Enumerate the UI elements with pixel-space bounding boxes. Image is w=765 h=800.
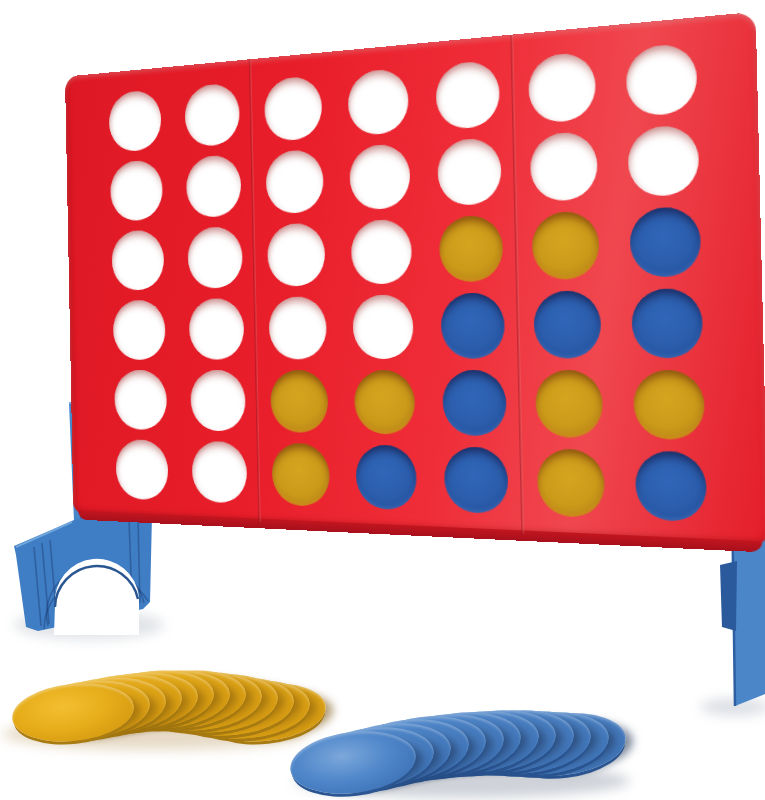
cell-r2c4[interactable]	[335, 136, 424, 216]
cell-r1c4[interactable]	[334, 60, 423, 142]
cell-r1c1[interactable]	[97, 83, 174, 158]
cell-r3c7[interactable]	[613, 199, 717, 284]
yellow-disc	[534, 369, 602, 437]
cell-r2c3[interactable]	[252, 142, 337, 220]
cell-r4c7[interactable]	[615, 281, 719, 364]
yellow-disc	[531, 210, 599, 280]
yellow-disc	[438, 214, 503, 282]
blue-disc	[634, 450, 706, 522]
yellow-disc	[271, 442, 330, 506]
cell-r6c2[interactable]	[179, 435, 260, 509]
cell-r5c1[interactable]	[102, 364, 179, 435]
cell-r4c4[interactable]	[338, 288, 427, 364]
cell-r3c3[interactable]	[254, 216, 339, 292]
cell-r2c1[interactable]	[98, 153, 175, 227]
cell-r5c6[interactable]	[520, 364, 619, 444]
blue-disc	[443, 446, 508, 514]
blue-disc	[533, 290, 601, 358]
empty-hole	[108, 89, 161, 152]
empty-hole	[114, 370, 167, 430]
empty-hole	[191, 440, 247, 503]
board-grid	[97, 34, 723, 528]
cell-r5c4[interactable]	[340, 364, 429, 440]
cell-r1c6[interactable]	[513, 44, 612, 130]
empty-hole	[112, 299, 165, 359]
cell-r6c3[interactable]	[258, 437, 343, 513]
empty-hole	[437, 137, 502, 206]
cell-r3c6[interactable]	[516, 203, 615, 285]
right-leg-clamp	[720, 561, 737, 631]
cell-r1c3[interactable]	[251, 68, 335, 147]
empty-hole	[625, 42, 697, 117]
cell-r3c1[interactable]	[99, 223, 176, 295]
cell-r5c7[interactable]	[617, 363, 721, 445]
yellow-disc	[536, 448, 604, 518]
empty-hole	[265, 148, 323, 214]
blue-disc	[355, 444, 417, 510]
empty-hole	[110, 159, 163, 221]
game-board	[65, 12, 765, 545]
empty-hole	[111, 229, 164, 290]
empty-hole	[627, 124, 699, 197]
cell-r2c6[interactable]	[514, 123, 613, 207]
blue-disc	[629, 206, 701, 278]
blue-stack-shadow	[295, 764, 630, 798]
empty-hole	[267, 222, 325, 286]
cell-r5c3[interactable]	[257, 364, 342, 438]
cell-r6c1[interactable]	[103, 433, 180, 505]
empty-hole	[187, 226, 243, 289]
cell-r6c4[interactable]	[341, 438, 430, 516]
cell-r1c7[interactable]	[609, 34, 713, 123]
cell-r3c2[interactable]	[175, 220, 256, 294]
yellow-disc	[270, 370, 329, 433]
cell-r6c7[interactable]	[618, 444, 723, 529]
cell-r2c7[interactable]	[611, 117, 715, 204]
cell-r4c1[interactable]	[101, 294, 178, 365]
empty-hole	[352, 294, 414, 359]
empty-hole	[184, 82, 240, 147]
yellow-disc	[632, 369, 704, 439]
cell-r3c5[interactable]	[424, 208, 518, 288]
empty-hole	[115, 439, 168, 500]
cell-r6c5[interactable]	[429, 440, 523, 520]
cell-r3c4[interactable]	[337, 212, 426, 290]
cell-r2c5[interactable]	[422, 130, 516, 212]
empty-hole	[190, 370, 246, 431]
empty-hole	[435, 59, 500, 129]
empty-hole	[349, 143, 410, 210]
cell-r1c2[interactable]	[172, 76, 252, 153]
empty-hole	[268, 296, 327, 359]
yellow-stack-shadow	[2, 718, 307, 750]
cell-r4c3[interactable]	[255, 290, 340, 364]
empty-hole	[185, 154, 241, 218]
scene	[0, 0, 765, 800]
empty-hole	[188, 298, 244, 360]
cell-r6c6[interactable]	[521, 442, 620, 524]
cell-r1c5[interactable]	[421, 52, 514, 136]
empty-hole	[350, 218, 411, 284]
cell-r5c2[interactable]	[178, 364, 259, 436]
cell-r4c5[interactable]	[426, 286, 520, 364]
blue-disc	[631, 287, 703, 357]
cell-r5c5[interactable]	[427, 364, 521, 442]
cell-r2c2[interactable]	[173, 148, 253, 224]
cell-r4c2[interactable]	[176, 292, 257, 364]
empty-hole	[529, 130, 597, 201]
yellow-disc	[353, 370, 415, 435]
empty-hole	[347, 67, 408, 136]
empty-hole	[264, 75, 322, 142]
blue-disc	[442, 370, 507, 436]
cell-r4c6[interactable]	[518, 283, 617, 363]
blue-disc	[440, 292, 505, 359]
empty-hole	[528, 51, 596, 123]
